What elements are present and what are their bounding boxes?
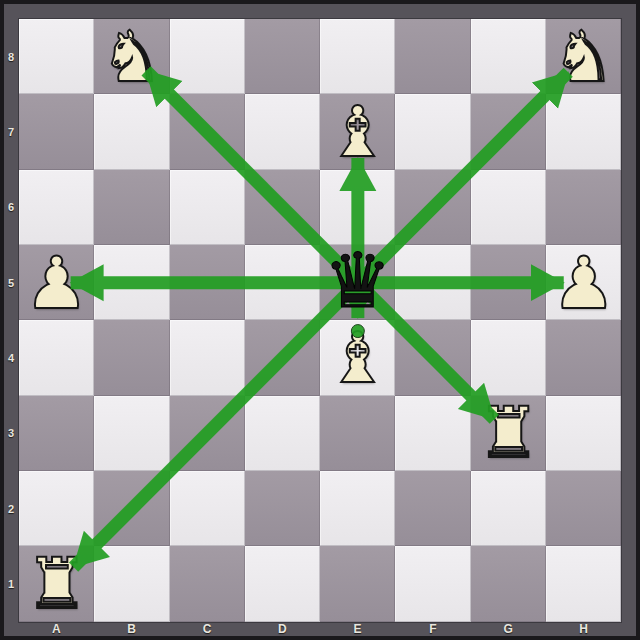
square-b3[interactable]: [94, 396, 169, 471]
square-a3[interactable]: [19, 396, 94, 471]
square-d1[interactable]: [245, 546, 320, 621]
square-g1[interactable]: [471, 546, 546, 621]
file-label-e: E: [354, 622, 363, 636]
white-knight-b8[interactable]: ♞: [101, 22, 164, 92]
square-d6[interactable]: [245, 170, 320, 245]
square-b6[interactable]: [94, 170, 169, 245]
file-label-c: C: [203, 622, 212, 636]
square-d7[interactable]: [245, 94, 320, 169]
rank-label-5: 5: [8, 277, 14, 289]
square-f7[interactable]: [395, 94, 470, 169]
white-rook-a1[interactable]: ♜: [25, 549, 88, 619]
file-label-a: A: [52, 622, 61, 636]
rank-label-7: 7: [8, 126, 14, 138]
square-c1[interactable]: [170, 546, 245, 621]
square-d3[interactable]: [245, 396, 320, 471]
square-f3[interactable]: [395, 396, 470, 471]
black-queen-e5[interactable]: ♛: [324, 243, 392, 319]
square-a4[interactable]: [19, 320, 94, 395]
square-g4[interactable]: [471, 320, 546, 395]
file-label-g: G: [504, 622, 514, 636]
white-knight-h8[interactable]: ♞: [552, 22, 615, 92]
square-c7[interactable]: [170, 94, 245, 169]
square-b4[interactable]: [94, 320, 169, 395]
white-pawn-a5[interactable]: ♟: [24, 247, 89, 319]
square-f8[interactable]: [395, 19, 470, 94]
square-g6[interactable]: [471, 170, 546, 245]
square-a8[interactable]: [19, 19, 94, 94]
square-d5[interactable]: [245, 245, 320, 320]
square-e1[interactable]: [320, 546, 395, 621]
square-c6[interactable]: [170, 170, 245, 245]
rank-label-3: 3: [8, 427, 14, 439]
square-h7[interactable]: [546, 94, 621, 169]
square-h6[interactable]: [546, 170, 621, 245]
square-h2[interactable]: [546, 471, 621, 546]
chess-diagram: ♞♞♝♟♛♟♝♜♜ 87654321ABCDEFGH: [0, 0, 640, 640]
square-a7[interactable]: [19, 94, 94, 169]
square-f2[interactable]: [395, 471, 470, 546]
square-c2[interactable]: [170, 471, 245, 546]
square-b5[interactable]: [94, 245, 169, 320]
square-g2[interactable]: [471, 471, 546, 546]
square-d8[interactable]: [245, 19, 320, 94]
square-e8[interactable]: [320, 19, 395, 94]
square-b7[interactable]: [94, 94, 169, 169]
square-g8[interactable]: [471, 19, 546, 94]
rank-label-1: 1: [8, 578, 14, 590]
square-b2[interactable]: [94, 471, 169, 546]
white-rook-g3[interactable]: ♜: [477, 398, 540, 468]
square-f6[interactable]: [395, 170, 470, 245]
square-c4[interactable]: [170, 320, 245, 395]
square-h3[interactable]: [546, 396, 621, 471]
rank-label-8: 8: [8, 51, 14, 63]
square-b1[interactable]: [94, 546, 169, 621]
file-label-d: D: [278, 622, 287, 636]
square-h1[interactable]: [546, 546, 621, 621]
file-label-f: F: [429, 622, 437, 636]
square-d2[interactable]: [245, 471, 320, 546]
white-bishop-e4[interactable]: ♝: [326, 323, 389, 393]
square-f1[interactable]: [395, 546, 470, 621]
rank-label-6: 6: [8, 201, 14, 213]
square-h4[interactable]: [546, 320, 621, 395]
square-c3[interactable]: [170, 396, 245, 471]
square-d4[interactable]: [245, 320, 320, 395]
square-e6[interactable]: [320, 170, 395, 245]
square-c8[interactable]: [170, 19, 245, 94]
chessboard: [19, 19, 621, 622]
square-g5[interactable]: [471, 245, 546, 320]
file-label-h: H: [579, 622, 588, 636]
square-e3[interactable]: [320, 396, 395, 471]
rank-label-2: 2: [8, 503, 14, 515]
square-e2[interactable]: [320, 471, 395, 546]
file-label-b: B: [127, 622, 136, 636]
square-f4[interactable]: [395, 320, 470, 395]
square-c5[interactable]: [170, 245, 245, 320]
white-bishop-e7[interactable]: ♝: [326, 97, 389, 167]
rank-label-4: 4: [8, 352, 14, 364]
square-a6[interactable]: [19, 170, 94, 245]
square-g7[interactable]: [471, 94, 546, 169]
white-pawn-h5[interactable]: ♟: [551, 247, 616, 319]
square-a2[interactable]: [19, 471, 94, 546]
square-f5[interactable]: [395, 245, 470, 320]
